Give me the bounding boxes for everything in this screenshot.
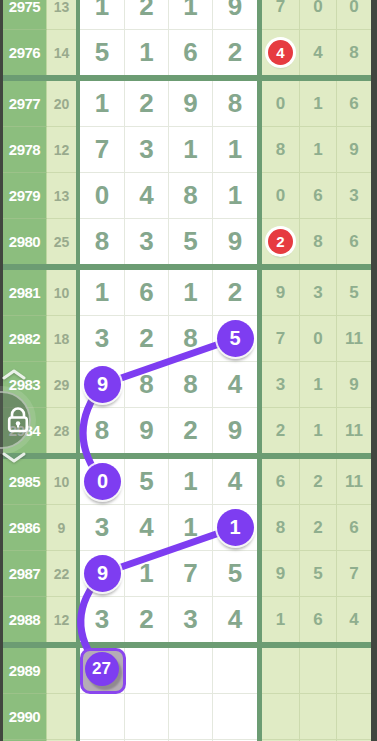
table-row: 2985105146211	[3, 459, 371, 505]
digit-cell[interactable]: 0	[80, 173, 125, 219]
extra-cell: 1	[300, 81, 337, 127]
period-cell: 2978	[3, 127, 47, 173]
digit-cell[interactable]: 6	[125, 270, 169, 316]
digit-cell[interactable]: 9	[213, 0, 257, 30]
digit-cell[interactable]: 5	[169, 219, 213, 264]
digit-cell[interactable]: 8	[169, 362, 213, 408]
extra-cell: 2	[262, 219, 300, 264]
extra-cell: 6	[300, 173, 337, 219]
table-row: 29869341826	[3, 505, 371, 551]
extra-cell	[337, 694, 371, 740]
sum-cell: 13	[47, 0, 76, 30]
digit-cell[interactable]: 3	[125, 219, 169, 264]
sum-cell: 25	[47, 219, 76, 264]
digit-cell[interactable]: 5	[125, 459, 169, 505]
extra-cell: 11	[337, 459, 371, 505]
extra-cell: 2	[300, 459, 337, 505]
digit-cell[interactable]: 9	[213, 219, 257, 264]
digit-cell[interactable]: 9	[125, 408, 169, 453]
extra-cell: 6	[337, 81, 371, 127]
extra-cell: 9	[337, 127, 371, 173]
extra-cell: 2	[300, 505, 337, 551]
highlight-red-badge: 2	[268, 229, 293, 254]
extra-cell: 8	[337, 30, 371, 75]
sum-cell	[47, 694, 76, 740]
table-row: 2977201298016	[3, 81, 371, 127]
digit-cell[interactable]: 8	[125, 362, 169, 408]
digit-cell[interactable]: 4	[213, 597, 257, 642]
digit-cell[interactable]: 8	[80, 408, 125, 453]
extra-cell: 7	[262, 0, 300, 30]
period-cell: 2975	[3, 0, 47, 30]
digit-cell[interactable]	[125, 694, 169, 740]
digit-cell[interactable]: 2	[125, 316, 169, 362]
digit-cell[interactable]: 2	[125, 0, 169, 30]
sum-cell: 12	[47, 597, 76, 642]
digit-cell[interactable]: 1	[169, 505, 213, 551]
digit-cell[interactable]: 6	[169, 30, 213, 75]
extra-cell: 8	[262, 127, 300, 173]
period-cell: 2981	[3, 270, 47, 316]
digit-cell[interactable]: 1	[169, 0, 213, 30]
period-cell: 2990	[3, 694, 47, 740]
chevron-up-icon[interactable]	[2, 369, 26, 380]
extra-cell: 8	[300, 219, 337, 264]
period-cell: 2989	[3, 648, 47, 694]
digit-cell[interactable]: 5	[213, 551, 257, 597]
extra-cell: 1	[300, 408, 337, 453]
sum-cell: 13	[47, 173, 76, 219]
trend-node[interactable]: 9	[84, 555, 121, 592]
period-cell: 2988	[3, 597, 47, 642]
digit-cell[interactable]: 2	[169, 408, 213, 453]
extra-cell: 9	[262, 551, 300, 597]
extra-cell: 3	[337, 173, 371, 219]
extra-cell: 1	[300, 362, 337, 408]
table-row: 298722175957	[3, 551, 371, 597]
digit-cell[interactable]: 1	[213, 127, 257, 173]
extra-cell: 0	[262, 173, 300, 219]
table-row: 2990	[3, 694, 371, 740]
digit-cell[interactable]: 7	[80, 127, 125, 173]
sum-cell: 22	[47, 551, 76, 597]
digit-cell[interactable]: 1	[125, 551, 169, 597]
period-cell: 2979	[3, 173, 47, 219]
extra-cell: 7	[262, 316, 300, 362]
extra-cell: 6	[337, 505, 371, 551]
trend-table: 2975131219700297614516244829772012980162…	[3, 0, 371, 741]
extra-cell: 3	[300, 270, 337, 316]
period-cell: 2982	[3, 316, 47, 362]
table-row: 2988123234164	[3, 597, 371, 642]
table-row: 2980258359286	[3, 219, 371, 264]
digit-cell[interactable]: 7	[169, 551, 213, 597]
extra-cell: 9	[262, 270, 300, 316]
digit-cell[interactable]: 1	[213, 173, 257, 219]
highlight-red-badge: 4	[268, 40, 293, 65]
digit-cell[interactable]: 1	[80, 270, 125, 316]
digit-cell[interactable]	[80, 694, 125, 740]
period-cell: 2977	[3, 81, 47, 127]
trend-node[interactable]: 5	[217, 320, 254, 357]
extra-cell: 6	[337, 219, 371, 264]
digit-cell[interactable]: 1	[80, 81, 125, 127]
digit-cell[interactable]: 1	[169, 127, 213, 173]
extra-cell: 4	[300, 30, 337, 75]
digit-cell[interactable]: 9	[169, 81, 213, 127]
digit-cell[interactable]: 3	[169, 597, 213, 642]
period-cell: 2987	[3, 551, 47, 597]
sum-cell: 29	[47, 362, 76, 408]
digit-cell[interactable]: 4	[213, 459, 257, 505]
digit-cell[interactable]: 4	[125, 173, 169, 219]
period-cell: 2980	[3, 219, 47, 264]
table-row: 2976145162448	[3, 30, 371, 75]
extra-cell: 8	[262, 505, 300, 551]
sum-cell: 9	[47, 505, 76, 551]
extra-cell: 0	[300, 316, 337, 362]
period-cell: 2985	[3, 459, 47, 505]
sum-cell: 14	[47, 30, 76, 75]
extra-cell: 4	[337, 597, 371, 642]
digit-cell[interactable]: 8	[169, 316, 213, 362]
sum-cell: 28	[47, 408, 76, 453]
extra-cell: 0	[300, 0, 337, 30]
digit-cell[interactable]: 1	[169, 459, 213, 505]
period-cell: 2986	[3, 505, 47, 551]
sum-cell: 20	[47, 81, 76, 127]
extra-cell: 2	[262, 408, 300, 453]
table-row: 29842889292111	[3, 408, 371, 453]
digit-cell[interactable]: 8	[213, 81, 257, 127]
digit-cell[interactable]: 2	[125, 81, 169, 127]
extra-cell: 1	[300, 127, 337, 173]
digit-cell[interactable]: 3	[125, 127, 169, 173]
sum-cell: 10	[47, 459, 76, 505]
digit-cell[interactable]: 4	[213, 362, 257, 408]
digit-cell[interactable]: 3	[80, 505, 125, 551]
digit-cell[interactable]: 3	[80, 597, 125, 642]
chevron-down-icon[interactable]	[2, 452, 26, 463]
extra-cell	[337, 648, 371, 694]
prediction-badge[interactable]: 27	[80, 648, 126, 694]
extra-cell: 9	[337, 362, 371, 408]
digit-cell[interactable]	[213, 648, 257, 694]
extra-cell: 0	[262, 81, 300, 127]
digit-cell[interactable]: 8	[169, 173, 213, 219]
period-cell: 2976	[3, 30, 47, 75]
extra-cell	[300, 694, 337, 740]
padlock-icon	[7, 407, 29, 433]
table-row: 2981101612935	[3, 270, 371, 316]
extra-cell: 7	[337, 551, 371, 597]
table-row: 2978127311819	[3, 127, 371, 173]
extra-cell: 3	[262, 362, 300, 408]
table-row: 2982183287011	[3, 316, 371, 362]
sum-cell: 10	[47, 270, 76, 316]
digit-cell[interactable]: 2	[213, 270, 257, 316]
sum-cell: 18	[47, 316, 76, 362]
extra-cell: 4	[262, 30, 300, 75]
digit-cell[interactable]: 1	[125, 30, 169, 75]
digit-cell[interactable]	[169, 648, 213, 694]
digit-cell[interactable]	[213, 694, 257, 740]
digit-cell[interactable]: 8	[80, 219, 125, 264]
extra-cell: 5	[300, 551, 337, 597]
extra-cell: 11	[337, 316, 371, 362]
digit-cell[interactable]: 9	[213, 408, 257, 453]
extra-cell: 5	[337, 270, 371, 316]
digit-cell[interactable]: 1	[169, 270, 213, 316]
digit-cell[interactable]: 4	[125, 505, 169, 551]
table-row: 298329884319	[3, 362, 371, 408]
digit-cell[interactable]: 2	[213, 30, 257, 75]
table-row: 2989	[3, 648, 371, 694]
extra-cell: 6	[300, 597, 337, 642]
digit-cell[interactable]: 5	[80, 30, 125, 75]
extra-cell	[300, 648, 337, 694]
extra-cell: 11	[337, 408, 371, 453]
table-row: 2979130481063	[3, 173, 371, 219]
sum-cell: 12	[47, 127, 76, 173]
extra-cell: 0	[337, 0, 371, 30]
sum-cell	[47, 648, 76, 694]
digit-cell[interactable]: 1	[80, 0, 125, 30]
extra-cell: 6	[262, 459, 300, 505]
digit-cell[interactable]: 3	[80, 316, 125, 362]
extra-cell	[262, 694, 300, 740]
digit-cell[interactable]	[125, 648, 169, 694]
trend-node[interactable]: 0	[84, 463, 121, 500]
trend-node[interactable]: 9	[84, 366, 121, 403]
prediction-badge-value: 27	[85, 652, 119, 686]
table-row: 2975131219700	[3, 0, 371, 30]
lottery-trend-chart-screen: { "game": "lottery pick-4 digit trend ch…	[0, 0, 377, 741]
digit-cell[interactable]: 2	[125, 597, 169, 642]
extra-cell: 1	[262, 597, 300, 642]
extra-cell	[262, 648, 300, 694]
digit-cell[interactable]	[169, 694, 213, 740]
trend-node[interactable]: 1	[217, 509, 254, 546]
